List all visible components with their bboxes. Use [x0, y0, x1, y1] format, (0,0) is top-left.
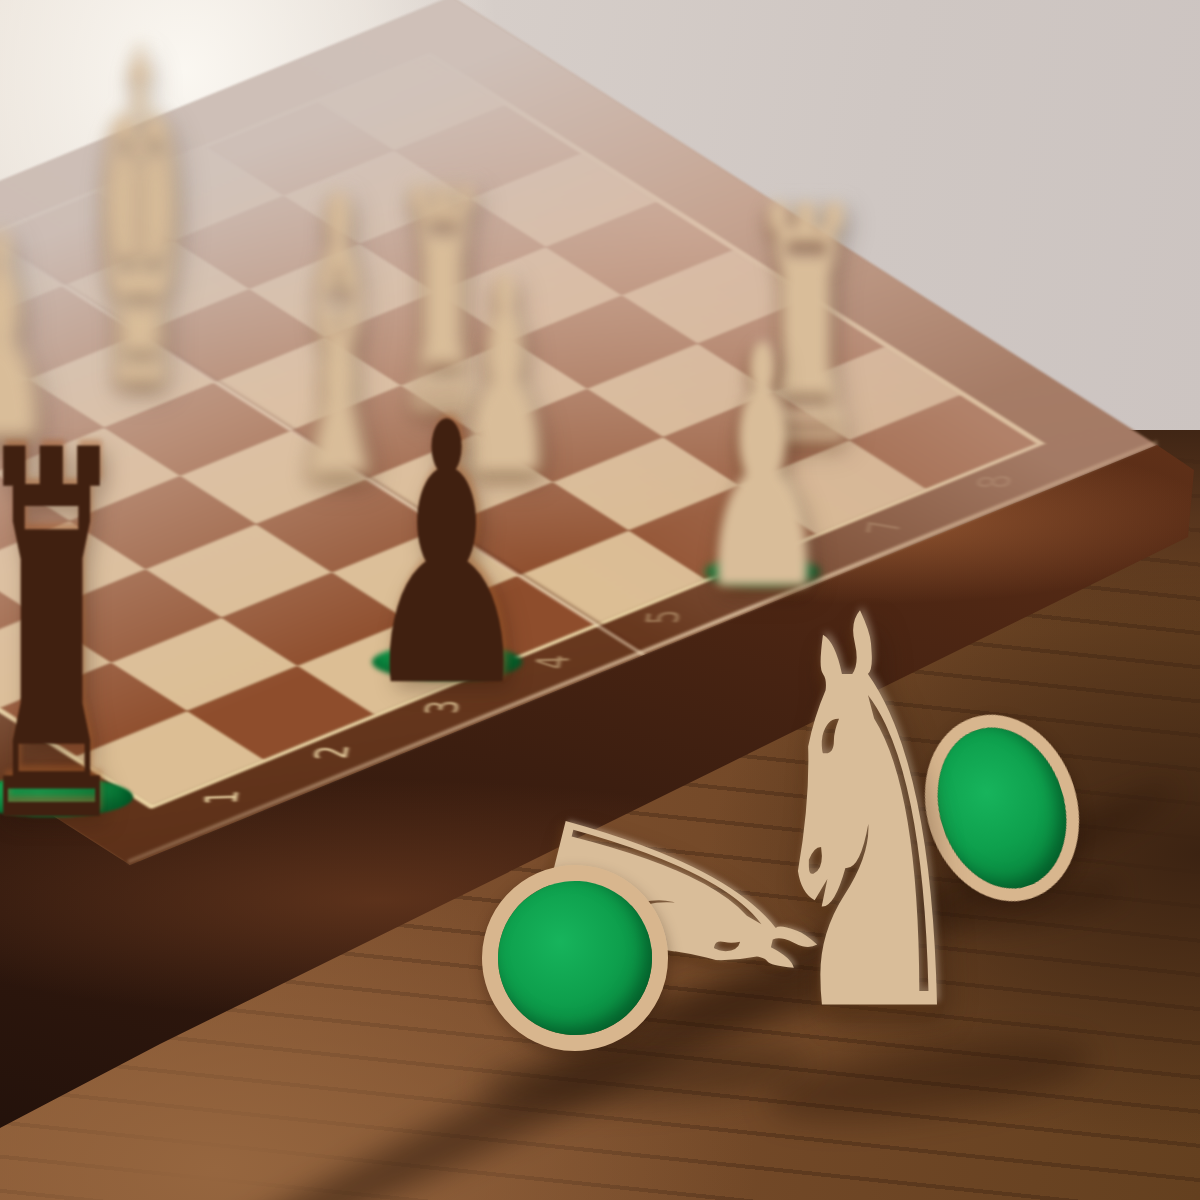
green-felt-pad [488, 871, 662, 1045]
felt-black-pawn-base [372, 644, 522, 680]
chess-photo-scene: 12345678 ♚♟♝♜♟♜♟♟♜♞♞ [0, 0, 1200, 1200]
green-felt-pad [705, 558, 820, 586]
green-felt-pad [372, 644, 522, 680]
felt-white-pawn-right-base [705, 558, 820, 586]
